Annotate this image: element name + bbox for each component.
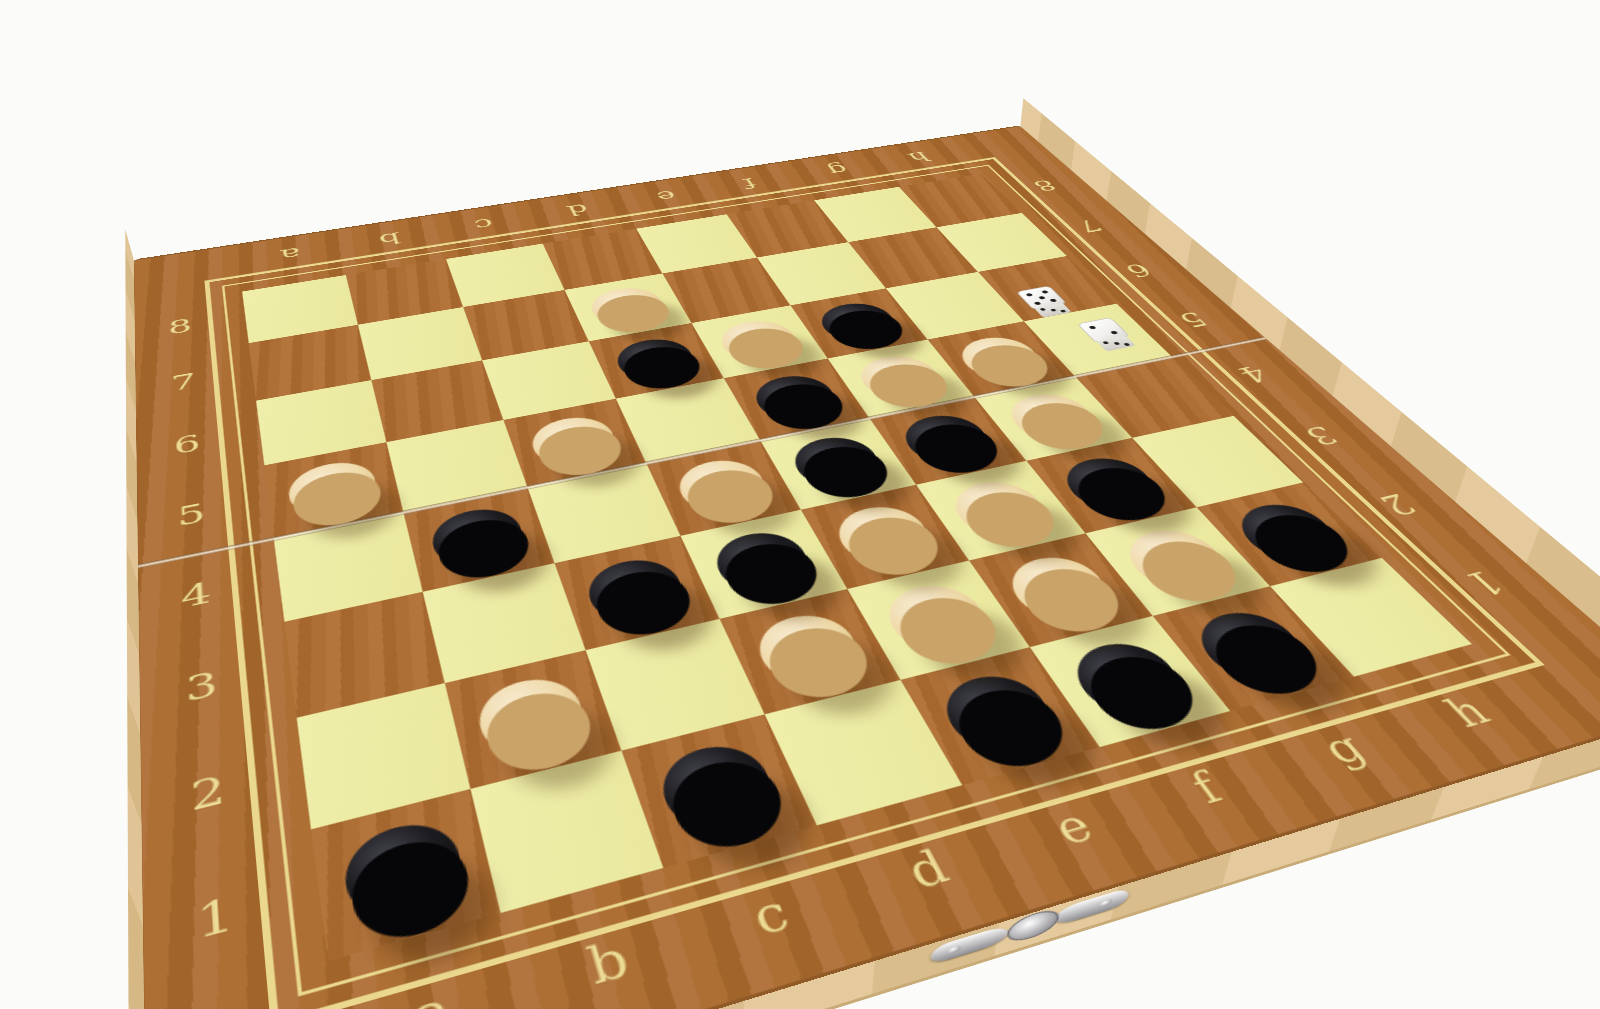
rank-label-right-3: 3 (1298, 422, 1344, 449)
checker-wood-g2[interactable] (1114, 523, 1240, 597)
checker-black-e1[interactable] (931, 667, 1067, 761)
square-a3[interactable] (284, 592, 444, 718)
square-c3[interactable] (555, 536, 720, 650)
file-label-top-a: a (279, 245, 302, 264)
rank-label-left-7: 7 (170, 370, 197, 394)
rank-label-left-8: 8 (168, 316, 193, 338)
square-a2[interactable] (297, 683, 471, 829)
square-b4[interactable] (403, 487, 554, 592)
metal-clasp (929, 883, 1131, 970)
clasp-knob (1006, 906, 1061, 946)
file-label-bottom-h: h (1438, 691, 1499, 734)
square-h2[interactable] (1197, 482, 1382, 586)
square-g2[interactable] (1085, 507, 1270, 616)
file-label-bottom-e: e (1046, 803, 1101, 852)
checker-black-e4[interactable] (784, 432, 890, 495)
photo-stage: aabbccddeeffgghh8877665544332211 (0, 0, 1600, 1009)
die-pip (1103, 341, 1110, 344)
file-label-bottom-c: c (746, 888, 796, 943)
board-left-edge (125, 229, 146, 1009)
square-f3[interactable] (916, 461, 1085, 561)
checker-wood-f2[interactable] (997, 550, 1122, 628)
checker-black-h2[interactable] (1225, 498, 1351, 569)
square-g1[interactable] (1153, 586, 1354, 711)
square-c2[interactable] (586, 619, 765, 751)
rank-label-right-2: 2 (1372, 489, 1422, 520)
rank-label-right-4: 4 (1232, 362, 1274, 386)
square-b1[interactable] (470, 751, 663, 913)
rank-label-left-3: 3 (184, 667, 219, 708)
checker-wood-b2[interactable] (472, 670, 592, 764)
square-a4[interactable] (274, 512, 423, 622)
square-g3[interactable] (1026, 438, 1196, 533)
file-label-bottom-a: a (409, 983, 455, 1009)
rank-label-right-6: 6 (1120, 260, 1157, 279)
file-label-bottom-f: f (1183, 767, 1229, 811)
die-pip (1088, 325, 1096, 329)
checker-black-a1[interactable] (340, 814, 469, 931)
square-e1[interactable] (901, 647, 1100, 785)
die-pip (1059, 310, 1065, 313)
square-f2[interactable] (969, 533, 1153, 647)
file-label-top-h: h (904, 149, 934, 164)
checker-black-b4[interactable] (427, 503, 530, 574)
checker-wood-a5[interactable] (286, 456, 381, 522)
file-label-top-f: f (740, 176, 761, 191)
square-d3[interactable] (680, 510, 847, 619)
rank-label-left-5: 5 (176, 500, 206, 531)
rank-label-left-2: 2 (189, 770, 227, 818)
square-a1[interactable] (311, 789, 501, 961)
die-pip (1026, 293, 1034, 297)
square-b2[interactable] (445, 650, 622, 789)
square-a5[interactable] (264, 442, 403, 538)
checker-wood-f3[interactable] (942, 476, 1057, 544)
square-d4[interactable] (646, 440, 801, 536)
square-e3[interactable] (801, 485, 969, 589)
rank-label-right-1: 1 (1457, 566, 1512, 601)
die-pip (1041, 290, 1049, 294)
checker-wood-e3[interactable] (827, 500, 942, 571)
die-pip (1049, 298, 1057, 302)
checker-black-g1[interactable] (1184, 604, 1321, 689)
file-label-top-e: e (653, 188, 679, 204)
checker-black-f1[interactable] (1060, 635, 1197, 724)
file-label-top-b: b (377, 230, 403, 248)
file-label-bottom-b: b (583, 933, 635, 993)
die-pip (1113, 342, 1120, 345)
square-d1[interactable] (765, 680, 963, 826)
die-pip (1110, 331, 1118, 335)
file-label-bottom-d: d (900, 843, 956, 896)
die-pip (1037, 296, 1045, 300)
square-h1[interactable] (1270, 558, 1472, 677)
die-pip (1034, 301, 1042, 305)
rank-label-right-7: 7 (1072, 217, 1106, 235)
file-label-top-g: g (823, 162, 852, 177)
rank-label-left-6: 6 (173, 431, 201, 458)
rank-label-right-8: 8 (1029, 177, 1061, 193)
checker-black-c3[interactable] (580, 553, 693, 631)
square-b3[interactable] (423, 563, 586, 683)
file-label-top-d: d (564, 201, 591, 218)
rank-label-left-1: 1 (195, 890, 236, 946)
square-c1[interactable] (621, 714, 816, 868)
square-f1[interactable] (1030, 616, 1230, 747)
square-d2[interactable] (720, 589, 901, 714)
game-board: aabbccddeeffgghh8877665544332211 (134, 126, 1600, 1009)
clasp-left-wing (930, 924, 1009, 965)
checker-black-d3[interactable] (706, 526, 820, 600)
checker-wood-d2[interactable] (747, 607, 870, 692)
checker-black-g3[interactable] (1053, 452, 1169, 517)
clasp-right-wing (1054, 887, 1131, 927)
rank-label-right-5: 5 (1173, 308, 1212, 330)
rank-label-left-4: 4 (180, 578, 212, 614)
scene-3d: aabbccddeeffgghh8877665544332211 (134, 126, 1600, 1009)
square-c4[interactable] (527, 463, 680, 563)
die-pip (1123, 343, 1130, 346)
file-label-top-c: c (472, 216, 496, 233)
file-label-bottom-g: g (1314, 726, 1374, 771)
checker-wood-d4[interactable] (670, 454, 775, 519)
checker-wood-e2[interactable] (875, 578, 999, 659)
square-e2[interactable] (847, 561, 1029, 680)
die-pip (1040, 308, 1046, 311)
checker-black-c1[interactable] (651, 737, 784, 842)
die-pip (1050, 309, 1056, 312)
